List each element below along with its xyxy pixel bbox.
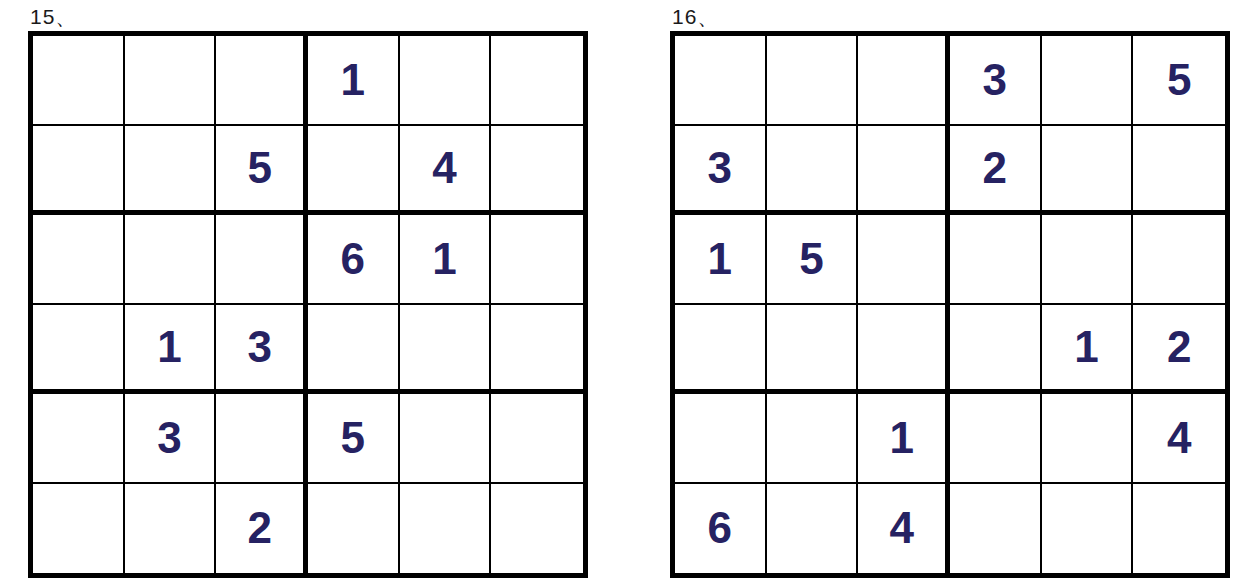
cell-r1c4-given-3: 3 bbox=[950, 36, 1042, 126]
cell-r5c4-empty bbox=[950, 394, 1042, 484]
cell-r6c3-given-2: 2 bbox=[216, 484, 308, 574]
cell-r4c2-given-1: 1 bbox=[125, 305, 217, 395]
cell-r4c4-empty bbox=[308, 305, 400, 395]
cell-r2c5-empty bbox=[1042, 126, 1134, 216]
cell-r5c6-given-4: 4 bbox=[1133, 394, 1225, 484]
puzzle-16-label: 16、 bbox=[672, 3, 719, 31]
cell-r1c6-empty bbox=[491, 36, 583, 126]
cell-r2c1-empty bbox=[33, 126, 125, 216]
cell-r5c3-given-1: 1 bbox=[858, 394, 950, 484]
cell-r2c4-given-2: 2 bbox=[950, 126, 1042, 216]
cell-r4c5-empty bbox=[400, 305, 492, 395]
cell-r5c4-given-5: 5 bbox=[308, 394, 400, 484]
cell-r6c1-empty bbox=[33, 484, 125, 574]
cell-r1c5-empty bbox=[400, 36, 492, 126]
cell-r4c3-given-3: 3 bbox=[216, 305, 308, 395]
cell-r4c5-given-1: 1 bbox=[1042, 305, 1134, 395]
cell-r6c6-empty bbox=[1133, 484, 1225, 574]
cell-r6c2-empty bbox=[767, 484, 859, 574]
cell-r2c4-empty bbox=[308, 126, 400, 216]
cell-r1c2-empty bbox=[767, 36, 859, 126]
cell-r2c1-given-3: 3 bbox=[675, 126, 767, 216]
cell-r6c5-empty bbox=[1042, 484, 1134, 574]
cell-r3c3-empty bbox=[216, 215, 308, 305]
cell-r1c1-empty bbox=[33, 36, 125, 126]
cell-r3c5-empty bbox=[1042, 215, 1134, 305]
cell-r3c5-given-1: 1 bbox=[400, 215, 492, 305]
cell-r3c2-given-5: 5 bbox=[767, 215, 859, 305]
cell-r1c3-empty bbox=[216, 36, 308, 126]
cell-r2c6-empty bbox=[1133, 126, 1225, 216]
cell-r4c6-empty bbox=[491, 305, 583, 395]
cell-r5c2-given-3: 3 bbox=[125, 394, 217, 484]
cell-r2c3-given-5: 5 bbox=[216, 126, 308, 216]
cell-r5c2-empty bbox=[767, 394, 859, 484]
puzzle-15-label: 15、 bbox=[30, 3, 77, 31]
cell-r2c3-empty bbox=[858, 126, 950, 216]
cell-r5c5-empty bbox=[400, 394, 492, 484]
sudoku-board-15: 1546113352 bbox=[28, 31, 588, 578]
cell-r6c2-empty bbox=[125, 484, 217, 574]
cell-r5c6-empty bbox=[491, 394, 583, 484]
cell-r2c6-empty bbox=[491, 126, 583, 216]
cell-r3c2-empty bbox=[125, 215, 217, 305]
cell-r6c4-empty bbox=[308, 484, 400, 574]
cell-r4c3-empty bbox=[858, 305, 950, 395]
cell-r3c3-empty bbox=[858, 215, 950, 305]
cell-r1c1-empty bbox=[675, 36, 767, 126]
cell-r4c1-empty bbox=[33, 305, 125, 395]
cell-r6c5-empty bbox=[400, 484, 492, 574]
cell-r6c3-given-4: 4 bbox=[858, 484, 950, 574]
cell-r1c4-given-1: 1 bbox=[308, 36, 400, 126]
cell-r4c1-empty bbox=[675, 305, 767, 395]
cell-r4c2-empty bbox=[767, 305, 859, 395]
cell-r2c2-empty bbox=[125, 126, 217, 216]
cell-r5c1-empty bbox=[33, 394, 125, 484]
cell-r5c5-empty bbox=[1042, 394, 1134, 484]
cell-r3c6-empty bbox=[1133, 215, 1225, 305]
cell-r4c4-empty bbox=[950, 305, 1042, 395]
cell-r4c6-given-2: 2 bbox=[1133, 305, 1225, 395]
cell-r3c1-empty bbox=[33, 215, 125, 305]
cell-r6c4-empty bbox=[950, 484, 1042, 574]
sudoku-board-16: 353215121464 bbox=[670, 31, 1230, 578]
cell-r2c2-empty bbox=[767, 126, 859, 216]
cell-r3c4-given-6: 6 bbox=[308, 215, 400, 305]
cell-r1c6-given-5: 5 bbox=[1133, 36, 1225, 126]
cell-r1c5-empty bbox=[1042, 36, 1134, 126]
cell-r3c6-empty bbox=[491, 215, 583, 305]
cell-r2c5-given-4: 4 bbox=[400, 126, 492, 216]
cell-r3c1-given-1: 1 bbox=[675, 215, 767, 305]
cell-r5c1-empty bbox=[675, 394, 767, 484]
cell-r3c4-empty bbox=[950, 215, 1042, 305]
cell-r1c3-empty bbox=[858, 36, 950, 126]
cell-r1c2-empty bbox=[125, 36, 217, 126]
cell-r6c6-empty bbox=[491, 484, 583, 574]
cell-r5c3-empty bbox=[216, 394, 308, 484]
cell-r6c1-given-6: 6 bbox=[675, 484, 767, 574]
